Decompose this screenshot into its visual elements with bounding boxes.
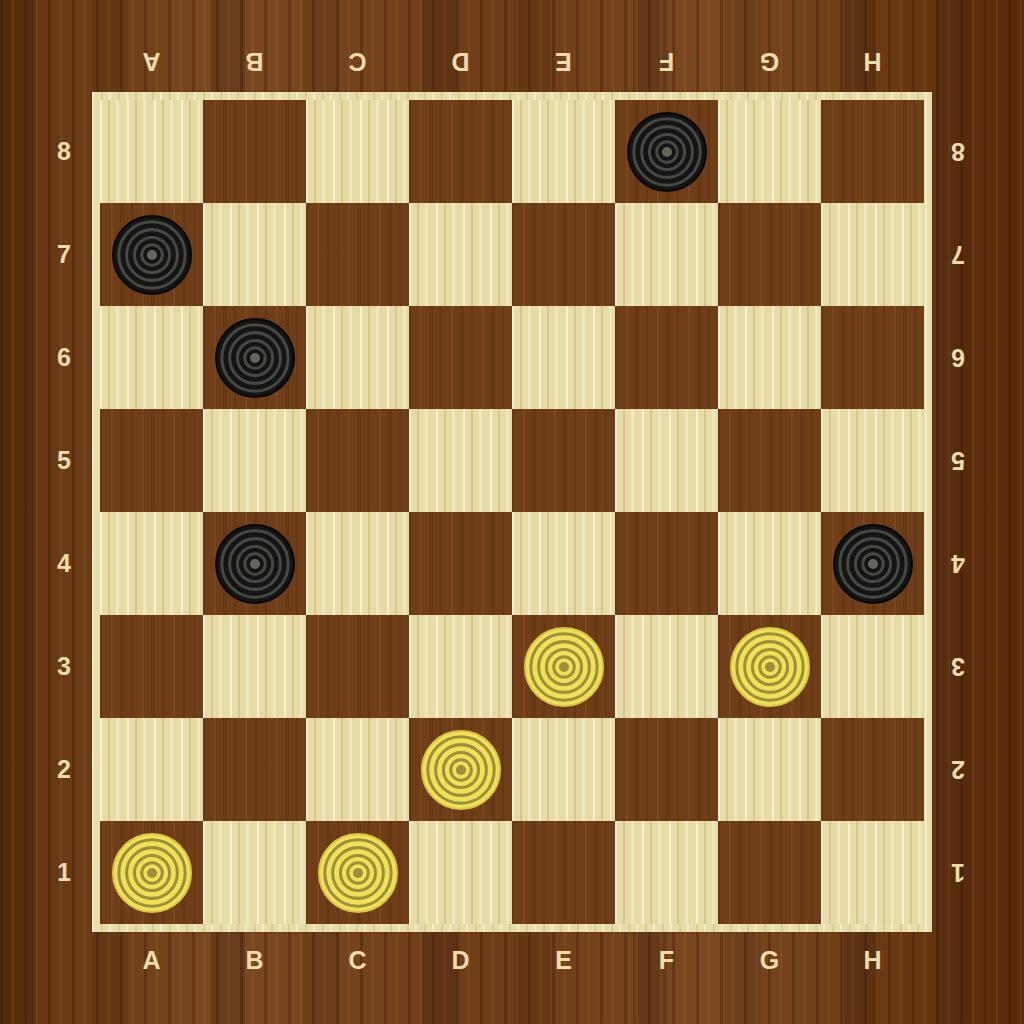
square-e1[interactable] [512, 821, 615, 924]
square-g7[interactable] [718, 203, 821, 306]
rank-labels-right: 87654321 [940, 100, 976, 924]
black-checker-f8[interactable] [626, 111, 708, 193]
file-top-label-d: D [409, 44, 512, 80]
square-e8[interactable] [512, 100, 615, 203]
file-top-label-e: E [512, 44, 615, 80]
square-f3[interactable] [615, 615, 718, 718]
square-f4[interactable] [615, 512, 718, 615]
board-grid [100, 100, 924, 924]
file-bottom-label-f: F [615, 941, 718, 979]
file-bottom-label-c: C [306, 941, 409, 979]
yellow-checker-g3[interactable] [729, 626, 811, 708]
file-bottom-label-h: H [821, 941, 924, 979]
square-c3[interactable] [306, 615, 409, 718]
square-d7[interactable] [409, 203, 512, 306]
square-d3[interactable] [409, 615, 512, 718]
square-h2[interactable] [821, 718, 924, 821]
file-labels-bottom: ABCDEFGH [100, 941, 924, 979]
square-f5[interactable] [615, 409, 718, 512]
square-a5[interactable] [100, 409, 203, 512]
rank-left-label-7: 7 [46, 203, 82, 306]
square-g2[interactable] [718, 718, 821, 821]
square-f6[interactable] [615, 306, 718, 409]
rank-right-label-4: 4 [940, 512, 976, 615]
square-e7[interactable] [512, 203, 615, 306]
rank-left-label-8: 8 [46, 100, 82, 203]
square-g3[interactable] [718, 615, 821, 718]
black-checker-b6[interactable] [214, 317, 296, 399]
file-bottom-label-d: D [409, 941, 512, 979]
file-top-label-g: G [718, 44, 821, 80]
rank-right-label-5: 5 [940, 409, 976, 512]
square-c1[interactable] [306, 821, 409, 924]
rank-right-label-7: 7 [940, 203, 976, 306]
square-b6[interactable] [203, 306, 306, 409]
square-c5[interactable] [306, 409, 409, 512]
file-top-label-f: F [615, 44, 718, 80]
square-g8[interactable] [718, 100, 821, 203]
square-g1[interactable] [718, 821, 821, 924]
square-b3[interactable] [203, 615, 306, 718]
square-f7[interactable] [615, 203, 718, 306]
rank-right-label-3: 3 [940, 615, 976, 718]
square-h8[interactable] [821, 100, 924, 203]
square-d1[interactable] [409, 821, 512, 924]
file-top-label-c: C [306, 44, 409, 80]
file-top-label-h: H [821, 44, 924, 80]
square-f1[interactable] [615, 821, 718, 924]
square-b4[interactable] [203, 512, 306, 615]
black-checker-a7[interactable] [111, 214, 193, 296]
square-e6[interactable] [512, 306, 615, 409]
square-g5[interactable] [718, 409, 821, 512]
yellow-checker-e3[interactable] [523, 626, 605, 708]
square-c4[interactable] [306, 512, 409, 615]
rank-labels-left: 87654321 [46, 100, 82, 924]
square-e2[interactable] [512, 718, 615, 821]
file-top-label-b: B [203, 44, 306, 80]
square-c2[interactable] [306, 718, 409, 821]
rank-left-label-1: 1 [46, 821, 82, 924]
file-top-label-a: A [100, 44, 203, 80]
file-bottom-label-b: B [203, 941, 306, 979]
yellow-checker-c1[interactable] [317, 832, 399, 914]
yellow-checker-d2[interactable] [420, 729, 502, 811]
square-b7[interactable] [203, 203, 306, 306]
square-e3[interactable] [512, 615, 615, 718]
square-h6[interactable] [821, 306, 924, 409]
yellow-checker-a1[interactable] [111, 832, 193, 914]
square-a4[interactable] [100, 512, 203, 615]
rank-right-label-2: 2 [940, 718, 976, 821]
file-bottom-label-e: E [512, 941, 615, 979]
square-g4[interactable] [718, 512, 821, 615]
square-h5[interactable] [821, 409, 924, 512]
black-checker-b4[interactable] [214, 523, 296, 605]
square-d6[interactable] [409, 306, 512, 409]
square-f8[interactable] [615, 100, 718, 203]
file-bottom-label-a: A [100, 941, 203, 979]
square-b8[interactable] [203, 100, 306, 203]
square-d5[interactable] [409, 409, 512, 512]
square-a2[interactable] [100, 718, 203, 821]
square-e4[interactable] [512, 512, 615, 615]
square-a8[interactable] [100, 100, 203, 203]
square-d4[interactable] [409, 512, 512, 615]
square-d8[interactable] [409, 100, 512, 203]
square-h4[interactable] [821, 512, 924, 615]
square-f2[interactable] [615, 718, 718, 821]
square-b5[interactable] [203, 409, 306, 512]
checkers-board [92, 92, 932, 932]
square-b1[interactable] [203, 821, 306, 924]
black-checker-h4[interactable] [832, 523, 914, 605]
square-c8[interactable] [306, 100, 409, 203]
square-d2[interactable] [409, 718, 512, 821]
square-a7[interactable] [100, 203, 203, 306]
square-h3[interactable] [821, 615, 924, 718]
rank-left-label-4: 4 [46, 512, 82, 615]
rank-left-label-3: 3 [46, 615, 82, 718]
rank-left-label-6: 6 [46, 306, 82, 409]
square-h1[interactable] [821, 821, 924, 924]
square-h7[interactable] [821, 203, 924, 306]
wood-table-background: ABCDEFGH ABCDEFGH 87654321 87654321 [0, 0, 1024, 1024]
square-a6[interactable] [100, 306, 203, 409]
rank-right-label-8: 8 [940, 100, 976, 203]
rank-left-label-5: 5 [46, 409, 82, 512]
square-c7[interactable] [306, 203, 409, 306]
rank-left-label-2: 2 [46, 718, 82, 821]
square-a3[interactable] [100, 615, 203, 718]
square-b2[interactable] [203, 718, 306, 821]
file-bottom-label-g: G [718, 941, 821, 979]
square-a1[interactable] [100, 821, 203, 924]
square-e5[interactable] [512, 409, 615, 512]
rank-right-label-6: 6 [940, 306, 976, 409]
square-g6[interactable] [718, 306, 821, 409]
rank-right-label-1: 1 [940, 821, 976, 924]
file-labels-top: ABCDEFGH [100, 44, 924, 80]
square-c6[interactable] [306, 306, 409, 409]
